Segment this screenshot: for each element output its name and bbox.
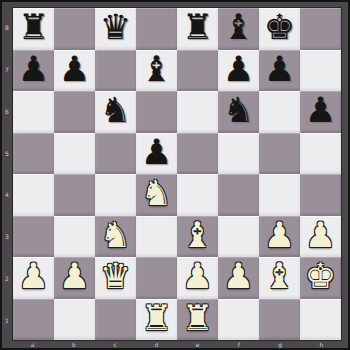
square-e1[interactable]: ♜ xyxy=(177,299,218,341)
rank-label-8: 8 xyxy=(2,7,12,49)
piece-white-pawn[interactable]: ♟ xyxy=(264,218,295,253)
square-a5[interactable] xyxy=(13,133,54,175)
square-h2[interactable]: ♚ xyxy=(300,257,341,299)
square-f7[interactable]: ♟ xyxy=(218,50,259,92)
square-a4[interactable] xyxy=(13,174,54,216)
square-a2[interactable]: ♟ xyxy=(13,257,54,299)
piece-black-rook[interactable]: ♜ xyxy=(18,10,49,45)
square-f8[interactable]: ♝ xyxy=(218,8,259,50)
file-labels: abcdefgh xyxy=(12,341,342,348)
square-a8[interactable]: ♜ xyxy=(13,8,54,50)
piece-black-bishop[interactable]: ♝ xyxy=(141,52,172,87)
square-f2[interactable]: ♟ xyxy=(218,257,259,299)
square-e8[interactable]: ♜ xyxy=(177,8,218,50)
square-b1[interactable] xyxy=(54,299,95,341)
square-g3[interactable]: ♟ xyxy=(259,216,300,258)
square-c4[interactable] xyxy=(95,174,136,216)
square-c3[interactable]: ♞ xyxy=(95,216,136,258)
square-e4[interactable] xyxy=(177,174,218,216)
piece-black-pawn[interactable]: ♟ xyxy=(223,52,254,87)
file-label-d: d xyxy=(136,341,177,348)
square-c7[interactable] xyxy=(95,50,136,92)
square-f4[interactable] xyxy=(218,174,259,216)
square-c8[interactable]: ♛ xyxy=(95,8,136,50)
square-d8[interactable] xyxy=(136,8,177,50)
square-b4[interactable] xyxy=(54,174,95,216)
square-d2[interactable] xyxy=(136,257,177,299)
square-d6[interactable] xyxy=(136,91,177,133)
square-g4[interactable] xyxy=(259,174,300,216)
square-h6[interactable]: ♟ xyxy=(300,91,341,133)
piece-white-pawn[interactable]: ♟ xyxy=(18,259,49,294)
square-f5[interactable] xyxy=(218,133,259,175)
piece-black-bishop[interactable]: ♝ xyxy=(223,10,254,45)
square-d5[interactable]: ♟ xyxy=(136,133,177,175)
square-g6[interactable] xyxy=(259,91,300,133)
rank-label-7: 7 xyxy=(2,49,12,91)
rank-label-6: 6 xyxy=(2,91,12,133)
file-label-g: g xyxy=(260,341,301,348)
piece-white-pawn[interactable]: ♟ xyxy=(59,259,90,294)
square-c6[interactable]: ♞ xyxy=(95,91,136,133)
square-b8[interactable] xyxy=(54,8,95,50)
file-label-f: f xyxy=(218,341,259,348)
square-h7[interactable] xyxy=(300,50,341,92)
square-c1[interactable] xyxy=(95,299,136,341)
square-g2[interactable]: ♝ xyxy=(259,257,300,299)
piece-black-pawn[interactable]: ♟ xyxy=(18,52,49,87)
square-b3[interactable] xyxy=(54,216,95,258)
piece-white-pawn[interactable]: ♟ xyxy=(223,259,254,294)
rank-label-3: 3 xyxy=(2,216,12,258)
square-d7[interactable]: ♝ xyxy=(136,50,177,92)
square-a7[interactable]: ♟ xyxy=(13,50,54,92)
square-d1[interactable]: ♜ xyxy=(136,299,177,341)
square-g7[interactable]: ♟ xyxy=(259,50,300,92)
piece-white-bishop[interactable]: ♝ xyxy=(182,218,213,253)
square-a3[interactable] xyxy=(13,216,54,258)
rank-label-1: 1 xyxy=(2,299,12,341)
piece-white-pawn[interactable]: ♟ xyxy=(305,218,336,253)
square-d3[interactable] xyxy=(136,216,177,258)
square-d4[interactable]: ♞ xyxy=(136,174,177,216)
square-a6[interactable] xyxy=(13,91,54,133)
piece-black-pawn[interactable]: ♟ xyxy=(264,52,295,87)
rank-labels: 87654321 xyxy=(2,7,12,341)
square-h5[interactable] xyxy=(300,133,341,175)
square-e5[interactable] xyxy=(177,133,218,175)
square-h8[interactable] xyxy=(300,8,341,50)
square-e6[interactable] xyxy=(177,91,218,133)
piece-black-pawn[interactable]: ♟ xyxy=(305,93,336,128)
piece-black-pawn[interactable]: ♟ xyxy=(141,135,172,170)
square-h4[interactable] xyxy=(300,174,341,216)
file-label-e: e xyxy=(177,341,218,348)
file-label-a: a xyxy=(12,341,53,348)
file-label-h: h xyxy=(301,341,342,348)
file-label-c: c xyxy=(95,341,136,348)
piece-white-pawn[interactable]: ♟ xyxy=(182,259,213,294)
square-f1[interactable] xyxy=(218,299,259,341)
square-e2[interactable]: ♟ xyxy=(177,257,218,299)
square-c5[interactable] xyxy=(95,133,136,175)
piece-white-rook[interactable]: ♜ xyxy=(141,301,172,336)
square-g1[interactable] xyxy=(259,299,300,341)
rank-label-4: 4 xyxy=(2,174,12,216)
square-e3[interactable]: ♝ xyxy=(177,216,218,258)
piece-white-knight[interactable]: ♞ xyxy=(141,176,172,211)
piece-white-king[interactable]: ♚ xyxy=(305,259,336,294)
square-h1[interactable] xyxy=(300,299,341,341)
square-c2[interactable]: ♛ xyxy=(95,257,136,299)
piece-white-knight[interactable]: ♞ xyxy=(100,218,131,253)
piece-black-queen[interactable]: ♛ xyxy=(100,10,131,45)
square-h3[interactable]: ♟ xyxy=(300,216,341,258)
rank-label-5: 5 xyxy=(2,132,12,174)
piece-black-king[interactable]: ♚ xyxy=(264,10,295,45)
square-b5[interactable] xyxy=(54,133,95,175)
piece-white-queen[interactable]: ♛ xyxy=(100,259,131,294)
piece-black-pawn[interactable]: ♟ xyxy=(59,52,90,87)
board-frame: 87654321 ♜♛♜♝♚♟♟♝♟♟♞♞♟♟♞♞♝♟♟♟♟♛♟♟♝♚♜♜ ab… xyxy=(0,0,350,350)
square-g5[interactable] xyxy=(259,133,300,175)
piece-white-bishop[interactable]: ♝ xyxy=(264,259,295,294)
file-label-b: b xyxy=(53,341,94,348)
square-f6[interactable]: ♞ xyxy=(218,91,259,133)
piece-black-rook[interactable]: ♜ xyxy=(182,10,213,45)
square-a1[interactable] xyxy=(13,299,54,341)
square-b7[interactable]: ♟ xyxy=(54,50,95,92)
rank-label-2: 2 xyxy=(2,258,12,300)
square-f3[interactable] xyxy=(218,216,259,258)
square-b6[interactable] xyxy=(54,91,95,133)
piece-black-knight[interactable]: ♞ xyxy=(223,93,254,128)
piece-black-knight[interactable]: ♞ xyxy=(100,93,131,128)
square-e7[interactable] xyxy=(177,50,218,92)
piece-white-rook[interactable]: ♜ xyxy=(182,301,213,336)
board: ♜♛♜♝♚♟♟♝♟♟♞♞♟♟♞♞♝♟♟♟♟♛♟♟♝♚♜♜ xyxy=(12,7,342,341)
square-g8[interactable]: ♚ xyxy=(259,8,300,50)
square-b2[interactable]: ♟ xyxy=(54,257,95,299)
